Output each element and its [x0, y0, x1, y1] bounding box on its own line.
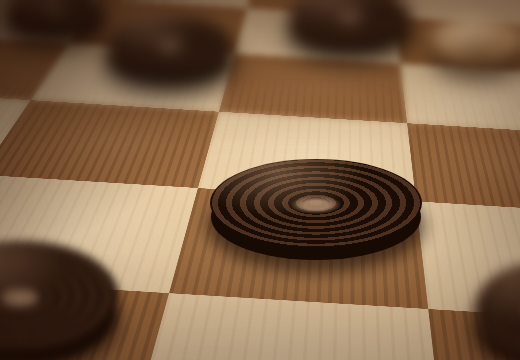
piece-layer: ⛂⛂⛂⛀⛂⛂⛂ — [0, 0, 520, 360]
dark-man-far-center[interactable]: ⛂ — [288, 0, 412, 43]
checkers-photo: ⛂⛂⛂⛀⛂⛂⛂ — [0, 0, 520, 360]
dark-man-near-right[interactable]: ⛂ — [475, 263, 520, 355]
dark-man-far-left[interactable]: ⛂ — [5, 0, 105, 29]
dark-man-center-focus[interactable]: ⛂ — [210, 159, 422, 247]
dark-man-near-left[interactable]: ⛂ — [0, 241, 118, 351]
light-man-far-right[interactable]: ⛀ — [433, 16, 520, 60]
dark-man-far-midleft[interactable]: ⛂ — [106, 16, 234, 74]
